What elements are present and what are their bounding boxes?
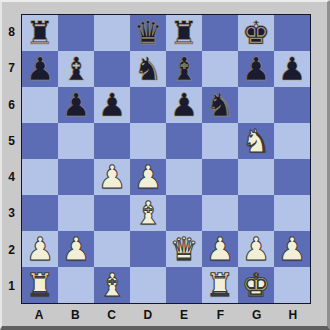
piece-white-bishop[interactable]: ♝ [94, 267, 130, 303]
piece-black-rook[interactable]: ♜ [22, 15, 58, 51]
square-a2[interactable]: ♟ [22, 231, 58, 267]
square-b2[interactable]: ♟ [58, 231, 94, 267]
piece-black-pawn[interactable]: ♟ [166, 87, 202, 123]
square-a3[interactable] [22, 195, 58, 231]
piece-black-pawn[interactable]: ♟ [238, 51, 274, 87]
square-d1[interactable] [130, 267, 166, 303]
piece-black-king[interactable]: ♚ [238, 15, 274, 51]
square-f2[interactable]: ♟ [202, 231, 238, 267]
square-e6[interactable]: ♟ [166, 87, 202, 123]
square-c6[interactable]: ♟ [94, 87, 130, 123]
file-labels: ABCDEFGH [21, 305, 311, 325]
rank-labels: 87654321 [2, 14, 21, 304]
board-frame: 87654321 ♜♛♜♚♟♝♞♝♟♟♟♟♟♞♞♟♟♝♟♟♛♟♟♟♜♝♜♚ AB… [0, 0, 330, 330]
rank-label-8: 8 [2, 14, 21, 50]
square-b4[interactable] [58, 159, 94, 195]
piece-black-rook[interactable]: ♜ [166, 15, 202, 51]
square-b7[interactable]: ♝ [58, 51, 94, 87]
square-g6[interactable] [238, 87, 274, 123]
square-g4[interactable] [238, 159, 274, 195]
square-f6[interactable]: ♞ [202, 87, 238, 123]
file-label-g: G [239, 305, 275, 325]
piece-black-pawn[interactable]: ♟ [94, 87, 130, 123]
piece-black-pawn[interactable]: ♟ [22, 51, 58, 87]
file-label-d: D [130, 305, 166, 325]
piece-white-pawn[interactable]: ♟ [274, 231, 310, 267]
square-c4[interactable]: ♟ [94, 159, 130, 195]
rank-label-6: 6 [2, 87, 21, 123]
piece-black-bishop[interactable]: ♝ [166, 51, 202, 87]
file-label-e: E [166, 305, 202, 325]
piece-black-pawn[interactable]: ♟ [58, 87, 94, 123]
square-e4[interactable] [166, 159, 202, 195]
rank-label-3: 3 [2, 195, 21, 231]
piece-white-pawn[interactable]: ♟ [202, 231, 238, 267]
square-c1[interactable]: ♝ [94, 267, 130, 303]
square-f5[interactable] [202, 123, 238, 159]
square-a7[interactable]: ♟ [22, 51, 58, 87]
square-f1[interactable]: ♜ [202, 267, 238, 303]
square-d6[interactable] [130, 87, 166, 123]
square-a5[interactable] [22, 123, 58, 159]
square-h6[interactable] [274, 87, 310, 123]
piece-black-bishop[interactable]: ♝ [58, 51, 94, 87]
square-f3[interactable] [202, 195, 238, 231]
piece-white-queen[interactable]: ♛ [166, 231, 202, 267]
square-h3[interactable] [274, 195, 310, 231]
piece-black-knight[interactable]: ♞ [130, 51, 166, 87]
chess-board: ♜♛♜♚♟♝♞♝♟♟♟♟♟♞♞♟♟♝♟♟♛♟♟♟♜♝♜♚ [21, 14, 311, 304]
piece-white-rook[interactable]: ♜ [202, 267, 238, 303]
piece-black-knight[interactable]: ♞ [202, 87, 238, 123]
rank-label-2: 2 [2, 232, 21, 268]
square-e8[interactable]: ♜ [166, 15, 202, 51]
square-e5[interactable] [166, 123, 202, 159]
square-d4[interactable]: ♟ [130, 159, 166, 195]
square-d3[interactable]: ♝ [130, 195, 166, 231]
square-e3[interactable] [166, 195, 202, 231]
square-d8[interactable]: ♛ [130, 15, 166, 51]
square-b3[interactable] [58, 195, 94, 231]
file-label-h: H [275, 305, 311, 325]
square-a8[interactable]: ♜ [22, 15, 58, 51]
square-e2[interactable]: ♛ [166, 231, 202, 267]
square-e7[interactable]: ♝ [166, 51, 202, 87]
rank-label-4: 4 [2, 159, 21, 195]
square-d7[interactable]: ♞ [130, 51, 166, 87]
square-g3[interactable] [238, 195, 274, 231]
square-h7[interactable]: ♟ [274, 51, 310, 87]
square-d5[interactable] [130, 123, 166, 159]
square-f8[interactable] [202, 15, 238, 51]
square-b6[interactable]: ♟ [58, 87, 94, 123]
square-b1[interactable] [58, 267, 94, 303]
square-g8[interactable]: ♚ [238, 15, 274, 51]
square-b5[interactable] [58, 123, 94, 159]
square-h4[interactable] [274, 159, 310, 195]
piece-white-pawn[interactable]: ♟ [94, 159, 130, 195]
square-a4[interactable] [22, 159, 58, 195]
file-label-c: C [94, 305, 130, 325]
square-g1[interactable]: ♚ [238, 267, 274, 303]
square-d2[interactable] [130, 231, 166, 267]
piece-white-knight[interactable]: ♞ [238, 123, 274, 159]
square-h1[interactable] [274, 267, 310, 303]
square-e1[interactable] [166, 267, 202, 303]
piece-white-pawn[interactable]: ♟ [22, 231, 58, 267]
square-c2[interactable] [94, 231, 130, 267]
square-a1[interactable]: ♜ [22, 267, 58, 303]
rank-label-5: 5 [2, 123, 21, 159]
file-label-a: A [21, 305, 57, 325]
square-g7[interactable]: ♟ [238, 51, 274, 87]
piece-white-king[interactable]: ♚ [238, 267, 274, 303]
square-c5[interactable] [94, 123, 130, 159]
rank-label-7: 7 [2, 50, 21, 86]
square-c7[interactable] [94, 51, 130, 87]
square-f7[interactable] [202, 51, 238, 87]
square-g2[interactable]: ♟ [238, 231, 274, 267]
square-f4[interactable] [202, 159, 238, 195]
square-g5[interactable]: ♞ [238, 123, 274, 159]
square-c8[interactable] [94, 15, 130, 51]
square-h5[interactable] [274, 123, 310, 159]
rank-label-1: 1 [2, 268, 21, 304]
piece-white-pawn[interactable]: ♟ [58, 231, 94, 267]
square-h2[interactable]: ♟ [274, 231, 310, 267]
square-b8[interactable] [58, 15, 94, 51]
file-label-b: B [57, 305, 93, 325]
file-label-f: F [202, 305, 238, 325]
piece-black-pawn[interactable]: ♟ [274, 51, 310, 87]
piece-white-pawn[interactable]: ♟ [238, 231, 274, 267]
piece-white-rook[interactable]: ♜ [22, 267, 58, 303]
square-c3[interactable] [94, 195, 130, 231]
square-h8[interactable] [274, 15, 310, 51]
piece-black-queen[interactable]: ♛ [130, 15, 166, 51]
square-a6[interactable] [22, 87, 58, 123]
piece-white-bishop[interactable]: ♝ [130, 195, 166, 231]
piece-white-pawn[interactable]: ♟ [130, 159, 166, 195]
